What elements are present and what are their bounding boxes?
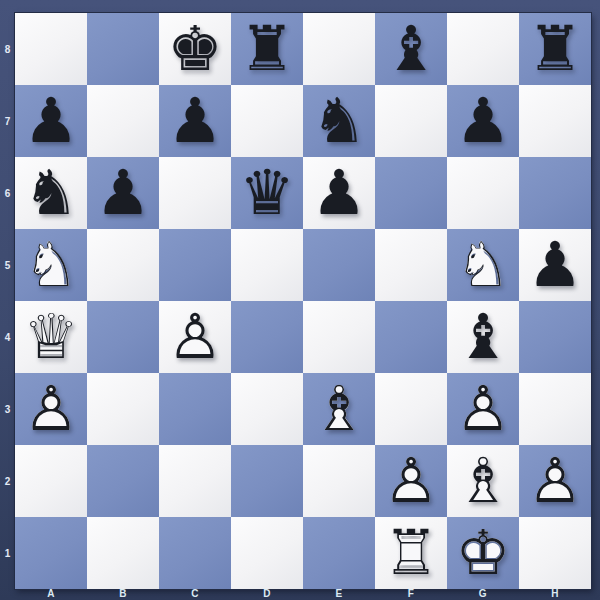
white-bishop: ♝♗ [303, 373, 375, 445]
square-b6[interactable]: ♟ [87, 157, 159, 229]
black-bishop: ♝ [375, 13, 447, 85]
square-a7[interactable]: ♟ [15, 85, 87, 157]
square-g2[interactable]: ♝♗ [447, 445, 519, 517]
square-a8[interactable] [15, 13, 87, 85]
square-a2[interactable] [15, 445, 87, 517]
square-b1[interactable] [87, 517, 159, 589]
black-pawn: ♟ [519, 229, 591, 301]
square-e7[interactable]: ♞ [303, 85, 375, 157]
white-pawn: ♟♙ [15, 373, 87, 445]
square-e5[interactable] [303, 229, 375, 301]
file-label-c: C [159, 586, 231, 600]
black-king: ♚ [159, 13, 231, 85]
square-a6[interactable]: ♞ [15, 157, 87, 229]
chessboard-app: 87654321 ♚♜♝♜♟♟♞♟♞♟♛♟♞♘♞♘♟♛♕♟♙♝♟♙♝♗♟♙♟♙♝… [0, 0, 600, 600]
square-d4[interactable] [231, 301, 303, 373]
square-g4[interactable]: ♝ [447, 301, 519, 373]
square-f1[interactable]: ♜♖ [375, 517, 447, 589]
white-king: ♚♔ [447, 517, 519, 589]
square-d6[interactable]: ♛ [231, 157, 303, 229]
square-f3[interactable] [375, 373, 447, 445]
square-a1[interactable] [15, 517, 87, 589]
square-b4[interactable] [87, 301, 159, 373]
rank-label-8: 8 [0, 13, 15, 85]
square-d7[interactable] [231, 85, 303, 157]
black-pawn: ♟ [15, 85, 87, 157]
square-b8[interactable] [87, 13, 159, 85]
rank-label-7: 7 [0, 85, 15, 157]
rank-label-4: 4 [0, 301, 15, 373]
square-h7[interactable] [519, 85, 591, 157]
square-d3[interactable] [231, 373, 303, 445]
square-c1[interactable] [159, 517, 231, 589]
square-d1[interactable] [231, 517, 303, 589]
square-g6[interactable] [447, 157, 519, 229]
square-a4[interactable]: ♛♕ [15, 301, 87, 373]
white-pawn: ♟♙ [447, 373, 519, 445]
white-pawn: ♟♙ [375, 445, 447, 517]
square-e3[interactable]: ♝♗ [303, 373, 375, 445]
white-knight: ♞♘ [15, 229, 87, 301]
square-g8[interactable] [447, 13, 519, 85]
white-bishop: ♝♗ [447, 445, 519, 517]
rank-label-3: 3 [0, 373, 15, 445]
square-h3[interactable] [519, 373, 591, 445]
square-c8[interactable]: ♚ [159, 13, 231, 85]
square-c3[interactable] [159, 373, 231, 445]
square-f8[interactable]: ♝ [375, 13, 447, 85]
file-label-e: E [303, 586, 375, 600]
square-f6[interactable] [375, 157, 447, 229]
black-queen: ♛ [231, 157, 303, 229]
square-f7[interactable] [375, 85, 447, 157]
square-e1[interactable] [303, 517, 375, 589]
file-label-a: A [15, 586, 87, 600]
square-f4[interactable] [375, 301, 447, 373]
square-d2[interactable] [231, 445, 303, 517]
white-pawn: ♟♙ [159, 301, 231, 373]
white-pawn: ♟♙ [519, 445, 591, 517]
square-h1[interactable] [519, 517, 591, 589]
square-d5[interactable] [231, 229, 303, 301]
white-queen: ♛♕ [15, 301, 87, 373]
square-g1[interactable]: ♚♔ [447, 517, 519, 589]
square-e2[interactable] [303, 445, 375, 517]
square-h2[interactable]: ♟♙ [519, 445, 591, 517]
square-f5[interactable] [375, 229, 447, 301]
square-g7[interactable]: ♟ [447, 85, 519, 157]
square-a3[interactable]: ♟♙ [15, 373, 87, 445]
square-c2[interactable] [159, 445, 231, 517]
file-label-b: B [87, 586, 159, 600]
file-label-f: F [375, 586, 447, 600]
square-e4[interactable] [303, 301, 375, 373]
file-label-h: H [519, 586, 591, 600]
square-b2[interactable] [87, 445, 159, 517]
square-b5[interactable] [87, 229, 159, 301]
square-h8[interactable]: ♜ [519, 13, 591, 85]
black-rook: ♜ [231, 13, 303, 85]
black-pawn: ♟ [87, 157, 159, 229]
black-knight: ♞ [303, 85, 375, 157]
black-pawn: ♟ [303, 157, 375, 229]
file-labels: ABCDEFGH [15, 586, 591, 600]
square-f2[interactable]: ♟♙ [375, 445, 447, 517]
white-rook: ♜♖ [375, 517, 447, 589]
rank-label-1: 1 [0, 517, 15, 589]
square-c5[interactable] [159, 229, 231, 301]
black-pawn: ♟ [447, 85, 519, 157]
square-g5[interactable]: ♞♘ [447, 229, 519, 301]
square-c7[interactable]: ♟ [159, 85, 231, 157]
square-d8[interactable]: ♜ [231, 13, 303, 85]
square-e8[interactable] [303, 13, 375, 85]
square-h5[interactable]: ♟ [519, 229, 591, 301]
square-e6[interactable]: ♟ [303, 157, 375, 229]
square-a5[interactable]: ♞♘ [15, 229, 87, 301]
black-bishop: ♝ [447, 301, 519, 373]
square-g3[interactable]: ♟♙ [447, 373, 519, 445]
file-label-d: D [231, 586, 303, 600]
square-h6[interactable] [519, 157, 591, 229]
square-c6[interactable] [159, 157, 231, 229]
rank-label-2: 2 [0, 445, 15, 517]
white-knight: ♞♘ [447, 229, 519, 301]
square-b7[interactable] [87, 85, 159, 157]
black-knight: ♞ [15, 157, 87, 229]
rank-label-6: 6 [0, 157, 15, 229]
chess-board: ♚♜♝♜♟♟♞♟♞♟♛♟♞♘♞♘♟♛♕♟♙♝♟♙♝♗♟♙♟♙♝♗♟♙♜♖♚♔ [15, 13, 591, 589]
square-b3[interactable] [87, 373, 159, 445]
rank-label-5: 5 [0, 229, 15, 301]
square-c4[interactable]: ♟♙ [159, 301, 231, 373]
black-pawn: ♟ [159, 85, 231, 157]
square-h4[interactable] [519, 301, 591, 373]
rank-labels: 87654321 [0, 13, 15, 589]
file-label-g: G [447, 586, 519, 600]
black-rook: ♜ [519, 13, 591, 85]
